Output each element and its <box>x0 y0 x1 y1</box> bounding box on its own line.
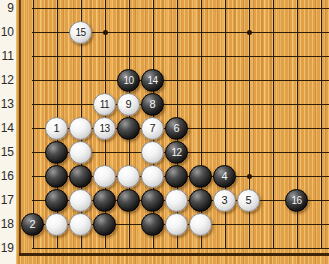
stone-black[interactable] <box>93 189 116 212</box>
stone-black-6[interactable]: 6 <box>165 117 188 140</box>
row-label-19: 19 <box>0 241 14 255</box>
stone-white[interactable] <box>165 189 188 212</box>
stone-black-10[interactable]: 10 <box>117 69 140 92</box>
stone-white[interactable] <box>69 189 92 212</box>
stone-black[interactable] <box>189 189 212 212</box>
stone-black[interactable] <box>69 165 92 188</box>
row-label-15: 15 <box>0 145 14 159</box>
stone-black[interactable] <box>141 213 164 236</box>
stone-white-7[interactable]: 7 <box>141 117 164 140</box>
stone-black-14[interactable]: 14 <box>141 69 164 92</box>
stone-white[interactable] <box>141 141 164 164</box>
stone-black[interactable] <box>141 189 164 212</box>
stone-white-13[interactable]: 13 <box>93 117 116 140</box>
row-label-11: 11 <box>0 49 14 63</box>
stone-black-2[interactable]: 2 <box>21 213 44 236</box>
stone-black[interactable] <box>45 141 68 164</box>
go-diagram: 15101411981137612435162 9101112131415161… <box>0 0 329 264</box>
row-label-12: 12 <box>0 73 14 87</box>
stone-white-3[interactable]: 3 <box>213 189 236 212</box>
go-board[interactable]: 15101411981137612435162 <box>21 0 329 260</box>
stone-black-4[interactable]: 4 <box>213 165 236 188</box>
row-label-9: 9 <box>0 1 14 15</box>
stone-white[interactable] <box>45 213 68 236</box>
stone-black-12[interactable]: 12 <box>165 141 188 164</box>
row-label-18: 18 <box>0 217 14 231</box>
stone-black-8[interactable]: 8 <box>141 93 164 116</box>
stone-white[interactable] <box>189 213 212 236</box>
stone-black-16[interactable]: 16 <box>285 189 308 212</box>
stone-black[interactable] <box>93 213 116 236</box>
stone-black[interactable] <box>117 189 140 212</box>
stone-black[interactable] <box>189 165 212 188</box>
row-label-16: 16 <box>0 169 14 183</box>
stone-black[interactable] <box>45 189 68 212</box>
stone-white-15[interactable]: 15 <box>69 21 92 44</box>
stone-black[interactable] <box>165 165 188 188</box>
stone-black[interactable] <box>117 117 140 140</box>
row-labels: 910111213141516171819 <box>0 0 16 264</box>
stone-white[interactable] <box>141 165 164 188</box>
stone-white[interactable] <box>69 213 92 236</box>
row-label-10: 10 <box>0 25 14 39</box>
row-label-17: 17 <box>0 193 14 207</box>
stone-white-9[interactable]: 9 <box>117 93 140 116</box>
stone-white-5[interactable]: 5 <box>237 189 260 212</box>
stone-white[interactable] <box>93 165 116 188</box>
stone-white-11[interactable]: 11 <box>93 93 116 116</box>
stone-white[interactable] <box>69 141 92 164</box>
stone-black[interactable] <box>45 165 68 188</box>
row-label-14: 14 <box>0 121 14 135</box>
stone-white[interactable] <box>69 117 92 140</box>
stone-white[interactable] <box>117 165 140 188</box>
stone-white[interactable] <box>165 213 188 236</box>
stone-white-1[interactable]: 1 <box>45 117 68 140</box>
row-label-13: 13 <box>0 97 14 111</box>
